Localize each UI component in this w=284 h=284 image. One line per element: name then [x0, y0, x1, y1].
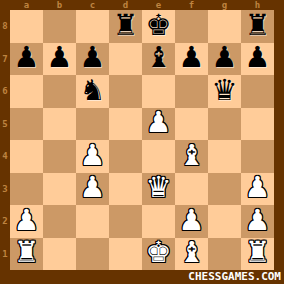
square-h8[interactable]: ♜ [241, 10, 274, 43]
rank-label-8: 8 [0, 10, 10, 43]
piece-black-king[interactable]: ♚ [146, 11, 172, 40]
square-g5[interactable] [208, 108, 241, 141]
square-c5[interactable] [76, 108, 109, 141]
piece-black-pawn[interactable]: ♟ [80, 43, 106, 72]
piece-white-rook[interactable]: ♜ [245, 238, 271, 267]
square-f5[interactable] [175, 108, 208, 141]
square-e4[interactable] [142, 140, 175, 173]
rank-label-2: 2 [0, 205, 10, 238]
square-e1[interactable]: ♚ [142, 238, 175, 271]
square-c7[interactable]: ♟ [76, 43, 109, 76]
square-d1[interactable] [109, 238, 142, 271]
piece-black-pawn[interactable]: ♟ [245, 43, 271, 72]
piece-black-rook[interactable]: ♜ [245, 11, 271, 40]
square-g3[interactable] [208, 173, 241, 206]
piece-black-bishop[interactable]: ♝ [146, 43, 172, 72]
square-b2[interactable] [43, 205, 76, 238]
square-e3[interactable]: ♛ [142, 173, 175, 206]
piece-white-pawn[interactable]: ♟ [80, 173, 106, 202]
piece-black-pawn[interactable]: ♟ [14, 43, 40, 72]
square-b3[interactable] [43, 173, 76, 206]
square-f2[interactable]: ♟ [175, 205, 208, 238]
piece-white-king[interactable]: ♚ [146, 238, 172, 267]
piece-white-pawn[interactable]: ♟ [179, 206, 205, 235]
square-h5[interactable] [241, 108, 274, 141]
rank-label-3: 3 [0, 173, 10, 206]
square-c4[interactable]: ♟ [76, 140, 109, 173]
square-a3[interactable] [10, 173, 43, 206]
square-e6[interactable] [142, 75, 175, 108]
square-f8[interactable] [175, 10, 208, 43]
square-d5[interactable] [109, 108, 142, 141]
piece-black-pawn[interactable]: ♟ [212, 43, 238, 72]
square-g8[interactable] [208, 10, 241, 43]
square-g6[interactable]: ♛ [208, 75, 241, 108]
square-d3[interactable] [109, 173, 142, 206]
file-label-c: c [76, 0, 109, 10]
file-labels: abcdefgh [10, 0, 274, 10]
square-f7[interactable]: ♟ [175, 43, 208, 76]
square-f1[interactable]: ♝ [175, 238, 208, 271]
square-f3[interactable] [175, 173, 208, 206]
square-h6[interactable] [241, 75, 274, 108]
square-e8[interactable]: ♚ [142, 10, 175, 43]
piece-white-rook[interactable]: ♜ [14, 238, 40, 267]
square-c3[interactable]: ♟ [76, 173, 109, 206]
square-h7[interactable]: ♟ [241, 43, 274, 76]
rank-label-4: 4 [0, 140, 10, 173]
square-e7[interactable]: ♝ [142, 43, 175, 76]
watermark-text: CHESSGAMES.COM [188, 270, 281, 283]
square-c1[interactable] [76, 238, 109, 271]
file-label-f: f [175, 0, 208, 10]
square-a1[interactable]: ♜ [10, 238, 43, 271]
square-a7[interactable]: ♟ [10, 43, 43, 76]
rank-label-5: 5 [0, 108, 10, 141]
square-a5[interactable] [10, 108, 43, 141]
square-b7[interactable]: ♟ [43, 43, 76, 76]
square-e2[interactable] [142, 205, 175, 238]
square-h4[interactable] [241, 140, 274, 173]
piece-white-bishop[interactable]: ♝ [179, 141, 205, 170]
square-f4[interactable]: ♝ [175, 140, 208, 173]
piece-white-bishop[interactable]: ♝ [179, 238, 205, 267]
chess-board: ♜♚♜♟♟♟♝♟♟♟♞♛♟♟♝♟♛♟♟♟♟♜♚♝♜ [10, 10, 274, 270]
square-c6[interactable]: ♞ [76, 75, 109, 108]
square-a4[interactable] [10, 140, 43, 173]
piece-white-pawn[interactable]: ♟ [80, 141, 106, 170]
rank-label-7: 7 [0, 43, 10, 76]
square-b5[interactable] [43, 108, 76, 141]
square-e5[interactable]: ♟ [142, 108, 175, 141]
square-d7[interactable] [109, 43, 142, 76]
square-g1[interactable] [208, 238, 241, 271]
square-g2[interactable] [208, 205, 241, 238]
square-d2[interactable] [109, 205, 142, 238]
piece-black-queen[interactable]: ♛ [212, 76, 238, 105]
piece-black-rook[interactable]: ♜ [113, 11, 139, 40]
square-h3[interactable]: ♟ [241, 173, 274, 206]
square-h2[interactable]: ♟ [241, 205, 274, 238]
chessboard-frame: abcdefgh 87654321 ♜♚♜♟♟♟♝♟♟♟♞♛♟♟♝♟♛♟♟♟♟♜… [0, 0, 284, 284]
square-d4[interactable] [109, 140, 142, 173]
piece-black-pawn[interactable]: ♟ [179, 43, 205, 72]
square-b8[interactable] [43, 10, 76, 43]
piece-white-pawn[interactable]: ♟ [245, 173, 271, 202]
piece-white-pawn[interactable]: ♟ [146, 108, 172, 137]
file-label-g: g [208, 0, 241, 10]
piece-black-knight[interactable]: ♞ [80, 76, 106, 105]
rank-labels: 87654321 [0, 10, 10, 270]
square-g7[interactable]: ♟ [208, 43, 241, 76]
square-g4[interactable] [208, 140, 241, 173]
file-label-b: b [43, 0, 76, 10]
square-d6[interactable] [109, 75, 142, 108]
piece-black-pawn[interactable]: ♟ [47, 43, 73, 72]
square-b4[interactable] [43, 140, 76, 173]
rank-label-6: 6 [0, 75, 10, 108]
square-a6[interactable] [10, 75, 43, 108]
square-c2[interactable] [76, 205, 109, 238]
rank-label-1: 1 [0, 238, 10, 271]
square-d8[interactable]: ♜ [109, 10, 142, 43]
square-h1[interactable]: ♜ [241, 238, 274, 271]
piece-white-pawn[interactable]: ♟ [14, 206, 40, 235]
piece-white-queen[interactable]: ♛ [146, 173, 172, 202]
square-a8[interactable] [10, 10, 43, 43]
square-b6[interactable] [43, 75, 76, 108]
piece-white-pawn[interactable]: ♟ [245, 206, 271, 235]
square-c8[interactable] [76, 10, 109, 43]
square-f6[interactable] [175, 75, 208, 108]
square-a2[interactable]: ♟ [10, 205, 43, 238]
square-b1[interactable] [43, 238, 76, 271]
file-label-a: a [10, 0, 43, 10]
